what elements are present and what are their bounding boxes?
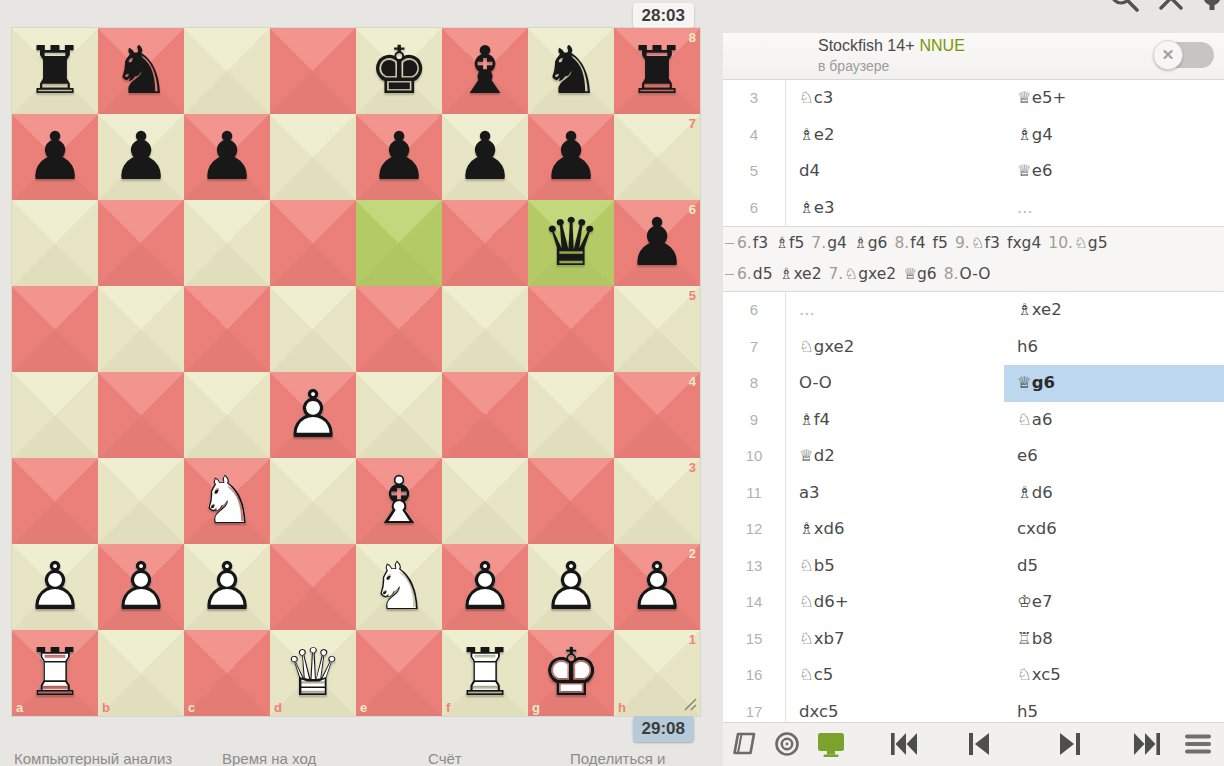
white-move-3[interactable]: ♘c3 [786, 80, 1004, 117]
square-b6[interactable] [98, 200, 184, 286]
white-move-14[interactable]: ♘d6+ [786, 584, 1004, 621]
move-row-11: 11a3♗d6 [723, 475, 1224, 512]
square-f7[interactable]: ♟ [442, 114, 528, 200]
white-move-11[interactable]: a3 [786, 475, 1004, 512]
move-row-10: 10♕d2e6 [723, 438, 1224, 475]
white-move-17[interactable]: dxc5 [786, 694, 1004, 724]
variation-move[interactable]: g4 [827, 234, 847, 252]
square-b7[interactable]: ♟ [98, 114, 184, 200]
square-f4[interactable] [442, 372, 528, 458]
file-label-h: h [618, 700, 626, 715]
black-move-3[interactable]: ♕e5+ [1004, 80, 1224, 117]
move-number: 12 [723, 511, 786, 548]
black-pawn[interactable]: ♟ [184, 114, 270, 200]
white-move-7[interactable]: ♘gxe2 [786, 329, 1004, 366]
black-move-16[interactable]: ♘xc5 [1004, 657, 1224, 694]
variation-box: 6.f3♗f57.g4♗g68.f4f59.♘f3fxg410.♘g56.d5♗… [723, 226, 1224, 292]
rank-label-7: 7 [689, 116, 696, 131]
engine-header: Stockfish 14+NNUE в браузере ✕ [723, 33, 1224, 80]
square-a4[interactable] [12, 372, 98, 458]
white-pawn[interactable]: ♟♙ [528, 544, 614, 630]
tab-move-times[interactable]: Время на ход [222, 750, 316, 766]
black-king[interactable]: ♚ [356, 28, 442, 114]
move-number: 7 [723, 329, 786, 366]
skip-last-icon[interactable] [1132, 729, 1162, 759]
square-d7[interactable] [270, 114, 356, 200]
move-row-15: 15♘xb7♖b8 [723, 621, 1224, 658]
move-number: 14 [723, 584, 786, 621]
square-d1[interactable]: ♛♕d [270, 630, 356, 716]
white-move-6: ... [786, 292, 1004, 329]
variation-move[interactable]: ♗f5 [775, 234, 804, 252]
rank-label-1: 1 [689, 632, 696, 647]
engine-name: Stockfish 14+NNUE [818, 37, 965, 55]
white-pawn[interactable]: ♟♙ [442, 544, 528, 630]
square-g4[interactable] [528, 372, 614, 458]
white-move-4[interactable]: ♗e2 [786, 117, 1004, 154]
square-g7[interactable]: ♟ [528, 114, 614, 200]
file-label-e: e [360, 700, 367, 715]
black-move-11[interactable]: ♗d6 [1004, 475, 1224, 512]
square-g6[interactable]: ♛ [528, 200, 614, 286]
white-move-9[interactable]: ♗f4 [786, 402, 1004, 439]
square-d2[interactable] [270, 544, 356, 630]
black-knight[interactable]: ♞ [528, 28, 614, 114]
move-row-9: 9♗f4♘a6 [723, 402, 1224, 439]
square-e6[interactable] [356, 200, 442, 286]
move-row-7: 7♘gxe2h6 [723, 329, 1224, 366]
close-icon[interactable] [1158, 0, 1184, 11]
square-e5[interactable] [356, 286, 442, 372]
rank-label-4: 4 [689, 374, 696, 389]
white-move-15[interactable]: ♘xb7 [786, 621, 1004, 658]
black-move-9[interactable]: ♘a6 [1004, 402, 1224, 439]
variation-move-number: 8. [944, 265, 959, 283]
move-number: 4 [723, 117, 786, 154]
white-pawn[interactable]: ♟♙ [614, 544, 700, 630]
move-number: 3 [723, 80, 786, 117]
square-e4[interactable] [356, 372, 442, 458]
move-row-8: 8O-O♕g6 [723, 365, 1224, 402]
variation-move[interactable]: f3 [753, 234, 768, 252]
square-a3[interactable] [12, 458, 98, 544]
move-row-16: 16♘c5♘xc5 [723, 657, 1224, 694]
variation-move[interactable]: ♘f3 [971, 234, 1000, 252]
square-a5[interactable] [12, 286, 98, 372]
next-move-icon[interactable] [1055, 729, 1085, 759]
white-move-16[interactable]: ♘c5 [786, 657, 1004, 694]
move-number: 5 [723, 153, 786, 190]
black-move-13[interactable]: d5 [1004, 548, 1224, 585]
white-move-12[interactable]: ♗xd6 [786, 511, 1004, 548]
square-c5[interactable] [184, 286, 270, 372]
square-h8[interactable]: ♜8 [614, 28, 700, 114]
screen-icon[interactable] [816, 729, 846, 759]
engine-toggle-switch[interactable]: ✕ [1156, 42, 1214, 68]
square-g8[interactable]: ♞ [528, 28, 614, 114]
move-row-5: 5d4♕e6 [723, 153, 1224, 190]
analysis-toolbar [723, 722, 1224, 766]
variation-move-number: 7. [811, 234, 826, 252]
square-h7[interactable]: 7 [614, 114, 700, 200]
move-number: 9 [723, 402, 786, 439]
variation-move[interactable]: O-O [960, 265, 991, 283]
chess-board[interactable]: ♜♞♚♝♞♜8♟♟♟♟♟♟7♛♟65♟♙4♞♘♝♗3♟♙♟♙♟♙♞♘♟♙♟♙♟♙… [12, 28, 700, 716]
black-pawn[interactable]: ♟ [98, 114, 184, 200]
variation-move-number: 10. [1048, 234, 1073, 252]
square-b2[interactable]: ♟♙ [98, 544, 184, 630]
menu-icon[interactable] [1183, 729, 1213, 759]
square-g2[interactable]: ♟♙ [528, 544, 614, 630]
file-label-b: b [102, 700, 110, 715]
square-e2[interactable]: ♞♘ [356, 544, 442, 630]
move-list: 3♘c3♕e5+4♗e2♗g45d4♕e66♗e3...6.f3♗f57.g4♗… [723, 80, 1224, 723]
square-c3[interactable]: ♞♘ [184, 458, 270, 544]
black-move-14[interactable]: ♔e7 [1004, 584, 1224, 621]
move-row-6: 6♗e3... [723, 190, 1224, 227]
square-h2[interactable]: ♟♙2 [614, 544, 700, 630]
black-pawn[interactable]: ♟ [12, 114, 98, 200]
square-a6[interactable] [12, 200, 98, 286]
square-c8[interactable] [184, 28, 270, 114]
black-move-12[interactable]: cxd6 [1004, 511, 1224, 548]
white-pawn[interactable]: ♟♙ [184, 544, 270, 630]
variation-move-number: 6. [737, 265, 752, 283]
square-a2[interactable]: ♟♙ [12, 544, 98, 630]
move-number: 10 [723, 438, 786, 475]
file-label-c: c [188, 700, 195, 715]
white-queen[interactable]: ♛♕ [270, 630, 356, 716]
move-row-6: 6...♗xe2 [723, 292, 1224, 329]
move-number: 16 [723, 657, 786, 694]
black-pawn[interactable]: ♟ [614, 200, 700, 286]
square-f3[interactable] [442, 458, 528, 544]
white-move-5[interactable]: d4 [786, 153, 1004, 190]
black-move-5[interactable]: ♕e6 [1004, 153, 1224, 190]
square-c6[interactable] [184, 200, 270, 286]
variation-move[interactable]: ♗xe2 [780, 265, 822, 283]
engine-nnue-badge: NNUE [920, 37, 965, 54]
skip-first-icon[interactable] [889, 729, 919, 759]
square-g5[interactable] [528, 286, 614, 372]
tab-share-export[interactable]: Поделиться и [570, 750, 665, 766]
rank-label-5: 5 [689, 288, 696, 303]
board-resize-handle[interactable] [682, 696, 698, 712]
square-e8[interactable]: ♚ [356, 28, 442, 114]
analysis-panel: Stockfish 14+NNUE в браузере ✕ 3♘c3♕e5+4… [723, 33, 1224, 766]
square-c2[interactable]: ♟♙ [184, 544, 270, 630]
variation-line-1: 6.f3♗f57.g4♗g68.f4f59.♘f3fxg410.♘g5 [723, 228, 1224, 259]
square-b3[interactable] [98, 458, 184, 544]
move-number: 8 [723, 365, 786, 402]
square-h4[interactable]: 4 [614, 372, 700, 458]
move-number: 15 [723, 621, 786, 658]
black-move-10[interactable]: e6 [1004, 438, 1224, 475]
square-b4[interactable] [98, 372, 184, 458]
move-row-17: 17dxc5h5 [723, 694, 1224, 724]
black-move-17[interactable]: h5 [1004, 694, 1224, 724]
white-move-8[interactable]: O-O [786, 365, 1004, 402]
square-f5[interactable] [442, 286, 528, 372]
engine-toggle-knob[interactable]: ✕ [1153, 40, 1183, 70]
square-d3[interactable] [270, 458, 356, 544]
square-d4[interactable]: ♟♙ [270, 372, 356, 458]
square-c4[interactable] [184, 372, 270, 458]
tab-computer-analysis[interactable]: Компьютерный анализ [14, 750, 172, 766]
square-c1[interactable]: c [184, 630, 270, 716]
black-move-15[interactable]: ♖b8 [1004, 621, 1224, 658]
move-row-12: 12♗xd6cxd6 [723, 511, 1224, 548]
black-pawn[interactable]: ♟ [356, 114, 442, 200]
square-h5[interactable]: 5 [614, 286, 700, 372]
square-c7[interactable]: ♟ [184, 114, 270, 200]
black-pawn[interactable]: ♟ [528, 114, 614, 200]
square-a8[interactable]: ♜ [12, 28, 98, 114]
white-rook[interactable]: ♜♖ [12, 630, 98, 716]
search-icon[interactable] [1108, 0, 1142, 13]
white-king[interactable]: ♚♔ [528, 630, 614, 716]
white-bishop[interactable]: ♝♗ [356, 458, 442, 544]
square-f2[interactable]: ♟♙ [442, 544, 528, 630]
black-move-7[interactable]: h6 [1004, 329, 1224, 366]
move-row-3: 3♘c3♕e5+ [723, 80, 1224, 117]
move-number: 11 [723, 475, 786, 512]
square-b1[interactable]: b [98, 630, 184, 716]
black-rook[interactable]: ♜ [614, 28, 700, 114]
black-move-4[interactable]: ♗g4 [1004, 117, 1224, 154]
rank-label-3: 3 [689, 460, 696, 475]
move-number: 13 [723, 548, 786, 585]
square-h6[interactable]: ♟6 [614, 200, 700, 286]
target-icon[interactable] [772, 729, 802, 759]
white-pawn[interactable]: ♟♙ [12, 544, 98, 630]
black-rook[interactable]: ♜ [12, 28, 98, 114]
black-bishop[interactable]: ♝ [442, 28, 528, 114]
engine-name-text: Stockfish 14+ [818, 37, 915, 54]
engine-subtitle: в браузере [818, 58, 889, 74]
square-d6[interactable] [270, 200, 356, 286]
black-queen[interactable]: ♛ [528, 200, 614, 286]
variation-move[interactable]: f4 [910, 234, 925, 252]
white-move-10[interactable]: ♕d2 [786, 438, 1004, 475]
variation-move[interactable]: ♗g6 [854, 234, 888, 252]
square-d5[interactable] [270, 286, 356, 372]
variation-move-number: 7. [829, 265, 844, 283]
move-row-13: 13♘b5d5 [723, 548, 1224, 585]
gear-icon[interactable] [1198, 0, 1224, 12]
square-d8[interactable] [270, 28, 356, 114]
square-f8[interactable]: ♝ [442, 28, 528, 114]
square-a1[interactable]: ♜♖a [12, 630, 98, 716]
square-f1[interactable]: ♜♖f [442, 630, 528, 716]
black-move-8-current[interactable]: ♕g6 [1004, 365, 1224, 402]
prev-move-icon[interactable] [964, 729, 994, 759]
square-h3[interactable]: 3 [614, 458, 700, 544]
white-rook[interactable]: ♜♖ [442, 630, 528, 716]
variation-move[interactable]: ♘g5 [1074, 234, 1108, 252]
square-e3[interactable]: ♝♗ [356, 458, 442, 544]
white-pawn[interactable]: ♟♙ [270, 372, 356, 458]
variation-move-number: 8. [894, 234, 909, 252]
white-move-6[interactable]: ♗e3 [786, 190, 1004, 227]
analysis-page: 28:03 ♜♞♚♝♞♜8♟♟♟♟♟♟7♛♟65♟♙4♞♘♝♗3♟♙♟♙♟♙♞♘… [0, 0, 1224, 766]
white-clock: 29:08 [633, 716, 694, 742]
black-pawn[interactable]: ♟ [442, 114, 528, 200]
black-move-6[interactable]: ♗xe2 [1004, 292, 1224, 329]
black-clock: 28:03 [633, 3, 694, 29]
black-knight[interactable]: ♞ [98, 28, 184, 114]
white-knight[interactable]: ♞♘ [356, 544, 442, 630]
tab-crosstable[interactable]: Счёт [428, 750, 462, 766]
square-b5[interactable] [98, 286, 184, 372]
variation-move-number: 6. [737, 234, 752, 252]
move-number: 6 [723, 190, 786, 227]
variation-move-number: 9. [955, 234, 970, 252]
variation-move[interactable]: ♕g6 [903, 265, 937, 283]
white-knight[interactable]: ♞♘ [184, 458, 270, 544]
square-e7[interactable]: ♟ [356, 114, 442, 200]
variation-move[interactable]: f5 [933, 234, 948, 252]
move-number: 6 [723, 292, 786, 329]
square-b8[interactable]: ♞ [98, 28, 184, 114]
white-move-13[interactable]: ♘b5 [786, 548, 1004, 585]
square-e1[interactable]: e [356, 630, 442, 716]
white-pawn[interactable]: ♟♙ [98, 544, 184, 630]
move-number: 17 [723, 694, 786, 724]
square-g3[interactable] [528, 458, 614, 544]
move-row-14: 14♘d6+♔e7 [723, 584, 1224, 621]
variation-move[interactable]: d5 [753, 265, 773, 283]
variation-move[interactable]: ♘gxe2 [844, 265, 896, 283]
variation-line-2: 6.d5♗xe27.♘gxe2♕g68.O-O [723, 259, 1224, 290]
square-f6[interactable] [442, 200, 528, 286]
black-move-6: ... [1004, 190, 1224, 227]
variation-move[interactable]: fxg4 [1007, 234, 1041, 252]
book-icon[interactable] [729, 729, 759, 759]
move-row-4: 4♗e2♗g4 [723, 117, 1224, 154]
square-g1[interactable]: ♚♔g [528, 630, 614, 716]
square-a7[interactable]: ♟ [12, 114, 98, 200]
